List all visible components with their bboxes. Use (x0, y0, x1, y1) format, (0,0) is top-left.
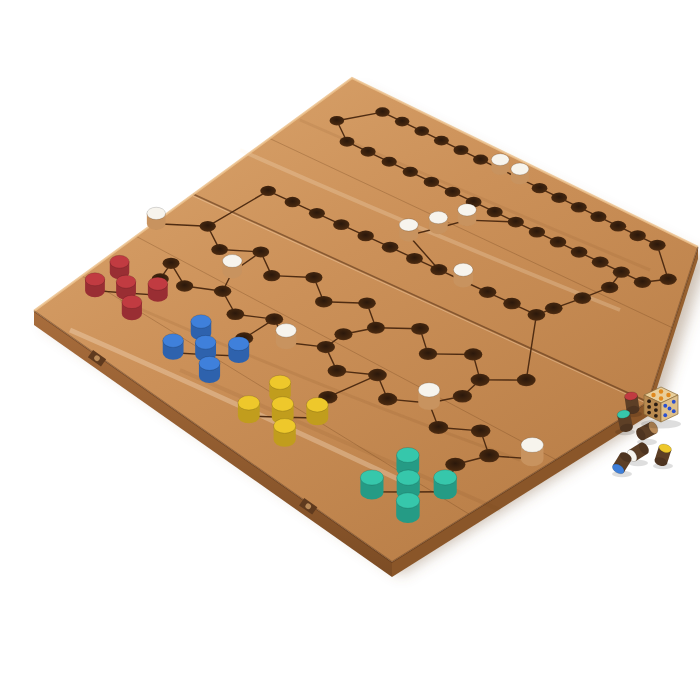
board-hole[interactable] (660, 274, 677, 285)
board-hole[interactable] (315, 296, 333, 308)
board-hole[interactable] (419, 348, 437, 360)
die-pip (666, 393, 670, 397)
board-hole[interactable] (263, 270, 280, 281)
board-hole[interactable] (368, 369, 387, 381)
board-hole[interactable] (479, 449, 499, 462)
die-pip (654, 408, 658, 412)
board-hole[interactable] (429, 421, 449, 434)
board-hole[interactable] (629, 230, 645, 241)
board-hole[interactable] (445, 187, 461, 197)
die-pip (654, 414, 658, 418)
board-hole[interactable] (382, 242, 399, 253)
board-hole[interactable] (453, 390, 472, 403)
board-hole[interactable] (309, 208, 325, 219)
die-pip (663, 413, 667, 417)
peg-blue[interactable] (199, 356, 220, 383)
board-hole[interactable] (333, 219, 349, 230)
die-pip (651, 393, 655, 397)
board-hole[interactable] (471, 374, 490, 386)
peg-blue[interactable] (163, 334, 184, 360)
peg-white-barricade[interactable] (458, 204, 477, 227)
board-hole[interactable] (328, 365, 347, 377)
peg-red[interactable] (85, 273, 105, 297)
peg-red[interactable] (148, 277, 168, 302)
die-pip (659, 389, 663, 393)
board-hole[interactable] (403, 167, 418, 177)
board-hole[interactable] (517, 374, 536, 386)
peg-yellow[interactable] (274, 419, 296, 447)
board-hole[interactable] (265, 313, 283, 325)
barricade-game-scene (0, 0, 700, 700)
board-hole[interactable] (406, 253, 423, 264)
board-hole[interactable] (260, 186, 276, 196)
board-hole[interactable] (214, 286, 231, 297)
board-hole[interactable] (285, 197, 301, 208)
peg-white-barricade[interactable] (147, 207, 166, 230)
board-hole[interactable] (378, 393, 397, 406)
board-hole[interactable] (226, 308, 244, 320)
board-hole[interactable] (528, 309, 546, 321)
board-hole[interactable] (453, 145, 468, 155)
board-hole[interactable] (252, 246, 269, 257)
board-hole[interactable] (601, 282, 618, 293)
peg-white-barricade[interactable] (399, 219, 418, 242)
board-hole[interactable] (550, 237, 567, 248)
board-hole[interactable] (163, 258, 180, 269)
peg-white-barricade[interactable] (491, 154, 509, 175)
board-hole[interactable] (395, 117, 410, 127)
board-hole[interactable] (414, 126, 429, 136)
board-hole[interactable] (382, 157, 397, 167)
peg-teal[interactable] (396, 493, 419, 523)
peg-white-barricade[interactable] (521, 437, 544, 466)
peg-teal[interactable] (434, 470, 457, 500)
board-hole[interactable] (487, 207, 503, 218)
board-hole[interactable] (424, 177, 440, 187)
board-hole[interactable] (411, 323, 429, 335)
board-hole[interactable] (571, 247, 588, 258)
die-pip (654, 403, 658, 407)
peg-white-barricade[interactable] (276, 324, 297, 350)
board-hole[interactable] (508, 217, 524, 228)
peg-yellow[interactable] (306, 398, 328, 426)
board-hole[interactable] (358, 297, 376, 309)
product-photo (0, 0, 700, 700)
board-hole[interactable] (479, 287, 496, 298)
board-hole[interactable] (529, 227, 545, 238)
board-hole[interactable] (503, 298, 521, 310)
die-pip (672, 400, 676, 404)
peg-white-barricade[interactable] (429, 211, 448, 234)
die-pip (659, 396, 663, 400)
board-hole[interactable] (176, 280, 193, 291)
peg-white-barricade[interactable] (223, 255, 242, 279)
board-hole[interactable] (532, 183, 548, 193)
peg-blue[interactable] (228, 337, 249, 363)
board-hole[interactable] (545, 303, 563, 315)
board-hole[interactable] (634, 277, 651, 288)
board-hole[interactable] (211, 244, 228, 255)
board-hole[interactable] (445, 458, 465, 471)
board-hole[interactable] (464, 348, 482, 360)
board-hole[interactable] (551, 192, 567, 202)
board-hole[interactable] (367, 322, 385, 334)
board-hole[interactable] (574, 292, 591, 304)
board-hole[interactable] (334, 328, 352, 340)
wooden-die[interactable] (644, 387, 678, 422)
peg-white-barricade[interactable] (453, 263, 473, 287)
peg-yellow[interactable] (238, 396, 260, 424)
board-hole[interactable] (613, 267, 630, 278)
board-hole[interactable] (330, 116, 345, 126)
board-hole[interactable] (375, 107, 389, 117)
die-pip (663, 404, 667, 408)
board-hole[interactable] (430, 264, 447, 275)
die-pip (647, 399, 651, 403)
board-hole[interactable] (649, 240, 666, 251)
die-pip (672, 409, 676, 413)
board-hole[interactable] (357, 230, 373, 241)
board-hole[interactable] (305, 272, 322, 283)
board-hole[interactable] (473, 155, 488, 165)
peg-red[interactable] (122, 295, 142, 320)
die-pip (647, 405, 651, 409)
peg-white-barricade[interactable] (418, 383, 440, 410)
die-pip (668, 407, 672, 411)
die-pip (647, 411, 651, 415)
board-hole[interactable] (471, 424, 491, 437)
board-hole[interactable] (590, 211, 606, 222)
board-hole[interactable] (434, 136, 449, 146)
board-hole[interactable] (317, 341, 335, 353)
board-hole[interactable] (610, 221, 626, 232)
peg-teal[interactable] (360, 470, 383, 500)
board-hole[interactable] (361, 147, 376, 157)
board-hole[interactable] (592, 257, 609, 268)
board-hole[interactable] (571, 202, 587, 213)
board-hole[interactable] (200, 221, 216, 232)
board-hole[interactable] (340, 137, 355, 147)
peg-white-barricade[interactable] (511, 163, 529, 185)
